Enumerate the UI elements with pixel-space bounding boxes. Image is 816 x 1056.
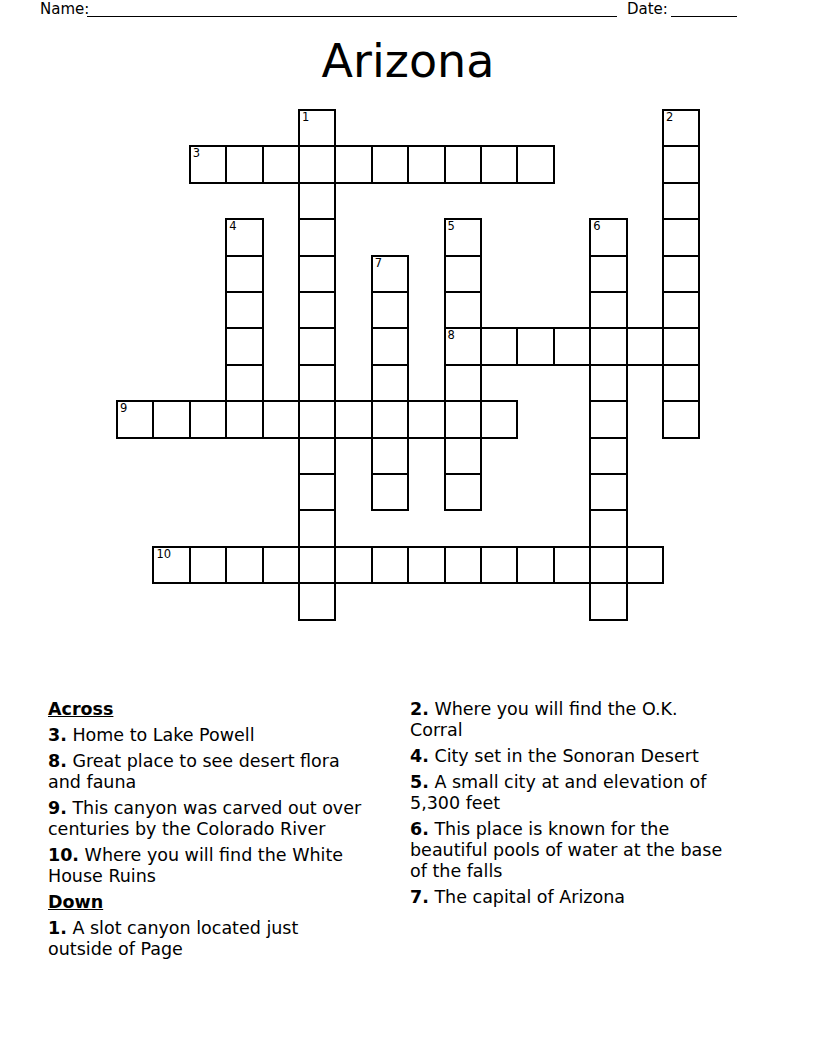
grid-cell-r7c5[interactable]	[298, 364, 336, 402]
grid-cell-r7c9[interactable]	[444, 364, 482, 402]
down-clues-list-left: 1. A slot canyon located just outside of…	[48, 918, 398, 960]
down-heading: Down	[48, 892, 398, 913]
clues-right-column: 2. Where you will find the O.K. Corral4.…	[410, 699, 772, 913]
grid-cell-r1c5[interactable]	[298, 145, 336, 183]
date-label: Date:	[627, 0, 668, 18]
clue-number: 2.	[410, 699, 429, 719]
grid-cell-r12c8[interactable]	[407, 546, 445, 584]
grid-cell-r3c3[interactable]: 4	[225, 218, 263, 256]
grid-cell-r8c2[interactable]	[189, 400, 227, 438]
clue-down-4: 4. City set in the Sonoran Desert	[410, 746, 772, 767]
grid-cell-r4c13[interactable]	[589, 255, 627, 293]
grid-cell-r7c7[interactable]	[371, 364, 409, 402]
grid-cell-r12c5[interactable]	[298, 546, 336, 584]
grid-cell-r2c15[interactable]	[662, 182, 700, 220]
grid-cell-r6c15[interactable]	[662, 327, 700, 365]
cell-number-2: 2	[666, 111, 673, 124]
grid-cell-r4c5[interactable]	[298, 255, 336, 293]
grid-cell-r12c12[interactable]	[553, 546, 591, 584]
grid-cell-r12c10[interactable]	[480, 546, 518, 584]
cell-number-9: 9	[120, 402, 127, 415]
grid-cell-r4c15[interactable]	[662, 255, 700, 293]
grid-cell-r1c15[interactable]	[662, 145, 700, 183]
grid-cell-r3c15[interactable]	[662, 218, 700, 256]
grid-cell-r8c7[interactable]	[371, 400, 409, 438]
clue-number: 6.	[410, 819, 429, 839]
grid-cell-r8c13[interactable]	[589, 400, 627, 438]
grid-cell-r9c7[interactable]	[371, 437, 409, 475]
date-blank-line[interactable]	[671, 16, 737, 17]
cell-number-7: 7	[375, 257, 382, 270]
clue-number: 3.	[48, 725, 67, 745]
grid-cell-r8c9[interactable]	[444, 400, 482, 438]
down-clues-list-right: 2. Where you will find the O.K. Corral4.…	[410, 699, 772, 908]
grid-cell-r10c9[interactable]	[444, 473, 482, 511]
grid-cell-r12c2[interactable]	[189, 546, 227, 584]
grid-cell-r5c9[interactable]	[444, 291, 482, 329]
puzzle-title: Arizona	[0, 34, 816, 88]
grid-cell-r5c15[interactable]	[662, 291, 700, 329]
clue-text: Home to Lake Powell	[72, 725, 254, 745]
grid-cell-r8c15[interactable]	[662, 400, 700, 438]
grid-cell-r6c12[interactable]	[553, 327, 591, 365]
clue-number: 9.	[48, 798, 67, 818]
clue-number: 1.	[48, 918, 67, 938]
grid-cell-r5c7[interactable]	[371, 291, 409, 329]
grid-cell-r12c1[interactable]: 10	[152, 546, 190, 584]
grid-cell-r9c13[interactable]	[589, 437, 627, 475]
grid-cell-r5c5[interactable]	[298, 291, 336, 329]
grid-cell-r5c13[interactable]	[589, 291, 627, 329]
clue-number: 10.	[48, 845, 79, 865]
cell-number-5: 5	[448, 220, 455, 233]
clue-across-3: 3. Home to Lake Powell	[48, 725, 398, 746]
across-clues-list: 3. Home to Lake Powell8. Great place to …	[48, 725, 398, 887]
grid-cell-r4c3[interactable]	[225, 255, 263, 293]
clue-across-10: 10. Where you will find the White House …	[48, 845, 398, 887]
grid-cell-r8c4[interactable]	[262, 400, 300, 438]
grid-cell-r7c13[interactable]	[589, 364, 627, 402]
grid-cell-r12c6[interactable]	[334, 546, 372, 584]
cell-number-6: 6	[593, 220, 600, 233]
grid-cell-r8c8[interactable]	[407, 400, 445, 438]
grid-cell-r9c5[interactable]	[298, 437, 336, 475]
clue-text: This canyon was carved out over centurie…	[48, 798, 361, 839]
grid-cell-r1c2[interactable]: 3	[189, 145, 227, 183]
grid-cell-r6c14[interactable]	[626, 327, 664, 365]
grid-cell-r12c3[interactable]	[225, 546, 263, 584]
grid-cell-r0c5[interactable]: 1	[298, 109, 336, 147]
grid-cell-r12c14[interactable]	[626, 546, 664, 584]
cell-number-3: 3	[193, 147, 200, 160]
grid-cell-r12c4[interactable]	[262, 546, 300, 584]
grid-cell-r6c13[interactable]	[589, 327, 627, 365]
grid-cell-r8c6[interactable]	[334, 400, 372, 438]
clue-down-2: 2. Where you will find the O.K. Corral	[410, 699, 772, 741]
grid-cell-r5c3[interactable]	[225, 291, 263, 329]
grid-cell-r8c5[interactable]	[298, 400, 336, 438]
clue-text: A slot canyon located just outside of Pa…	[48, 918, 298, 959]
grid-cell-r1c10[interactable]	[480, 145, 518, 183]
grid-cell-r13c5[interactable]	[298, 582, 336, 620]
clue-text: This place is known for the beautiful po…	[410, 819, 722, 881]
grid-cell-r2c5[interactable]	[298, 182, 336, 220]
grid-cell-r6c3[interactable]	[225, 327, 263, 365]
name-blank-line[interactable]	[87, 16, 617, 17]
grid-cell-r1c4[interactable]	[262, 145, 300, 183]
grid-cell-r3c5[interactable]	[298, 218, 336, 256]
grid-cell-r4c7[interactable]: 7	[371, 255, 409, 293]
grid-cell-r8c1[interactable]	[152, 400, 190, 438]
clue-text: Where you will find the White House Ruin…	[48, 845, 343, 886]
cell-number-4: 4	[229, 220, 236, 233]
clue-down-1: 1. A slot canyon located just outside of…	[48, 918, 398, 960]
grid-cell-r4c9[interactable]	[444, 255, 482, 293]
clue-down-7: 7. The capital of Arizona	[410, 887, 772, 908]
crossword-grid: 12345678910	[116, 109, 701, 621]
clue-number: 8.	[48, 751, 67, 771]
grid-cell-r12c13[interactable]	[589, 546, 627, 584]
clue-text: City set in the Sonoran Desert	[434, 746, 698, 766]
clue-down-6: 6. This place is known for the beautiful…	[410, 819, 772, 882]
grid-cell-r11c5[interactable]	[298, 509, 336, 547]
grid-cell-r12c7[interactable]	[371, 546, 409, 584]
grid-cell-r7c15[interactable]	[662, 364, 700, 402]
grid-cell-r0c15[interactable]: 2	[662, 109, 700, 147]
name-label: Name:	[40, 0, 89, 18]
grid-cell-r3c13[interactable]: 6	[589, 218, 627, 256]
cell-number-1: 1	[302, 111, 309, 124]
grid-cell-r3c9[interactable]: 5	[444, 218, 482, 256]
grid-cell-r6c9[interactable]: 8	[444, 327, 482, 365]
grid-cell-r6c7[interactable]	[371, 327, 409, 365]
grid-cell-r10c5[interactable]	[298, 473, 336, 511]
clues-left-column: Across 3. Home to Lake Powell8. Great pl…	[48, 699, 398, 965]
clue-number: 7.	[410, 887, 429, 907]
clue-number: 4.	[410, 746, 429, 766]
cell-number-8: 8	[448, 329, 455, 342]
across-heading: Across	[48, 699, 398, 720]
clue-down-5: 5. A small city at and elevation of 5,30…	[410, 772, 772, 814]
grid-cell-r10c7[interactable]	[371, 473, 409, 511]
grid-cell-r8c3[interactable]	[225, 400, 263, 438]
grid-cell-r6c5[interactable]	[298, 327, 336, 365]
grid-cell-r1c8[interactable]	[407, 145, 445, 183]
grid-cell-r12c11[interactable]	[516, 546, 554, 584]
clue-text: A small city at and elevation of 5,300 f…	[410, 772, 706, 813]
grid-cell-r10c13[interactable]	[589, 473, 627, 511]
grid-cell-r8c10[interactable]	[480, 400, 518, 438]
grid-cell-r1c3[interactable]	[225, 145, 263, 183]
clue-text: Great place to see desert flora and faun…	[48, 751, 340, 792]
grid-cell-r1c9[interactable]	[444, 145, 482, 183]
clue-across-8: 8. Great place to see desert flora and f…	[48, 751, 398, 793]
grid-cell-r7c3[interactable]	[225, 364, 263, 402]
grid-cell-r6c11[interactable]	[516, 327, 554, 365]
clue-text: Where you will find the O.K. Corral	[410, 699, 678, 740]
grid-cell-r13c13[interactable]	[589, 582, 627, 620]
clue-text: The capital of Arizona	[434, 887, 625, 907]
grid-cell-r6c10[interactable]	[480, 327, 518, 365]
grid-cell-r1c6[interactable]	[334, 145, 372, 183]
clue-across-9: 9. This canyon was carved out over centu…	[48, 798, 398, 840]
grid-cell-r8c0[interactable]: 9	[116, 400, 154, 438]
clue-number: 5.	[410, 772, 429, 792]
grid-cell-r1c11[interactable]	[516, 145, 554, 183]
grid-cell-r12c9[interactable]	[444, 546, 482, 584]
grid-cell-r11c13[interactable]	[589, 509, 627, 547]
worksheet-page: Name: Date: Arizona 12345678910 Across 3…	[0, 0, 816, 1056]
grid-cell-r1c7[interactable]	[371, 145, 409, 183]
grid-cell-r9c9[interactable]	[444, 437, 482, 475]
cell-number-10: 10	[156, 548, 171, 561]
